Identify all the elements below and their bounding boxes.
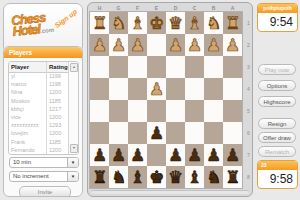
chess-app: Chess Hotel.com Sign up Players Player R… [0, 0, 300, 200]
square-c2[interactable]: ♟ [185, 34, 204, 56]
column-header-player[interactable]: Player [9, 62, 46, 72]
white-bishop-piece[interactable]: ♝ [130, 12, 145, 34]
square-e2[interactable] [147, 34, 166, 56]
square-d5[interactable] [166, 100, 185, 122]
square-g4[interactable] [109, 78, 128, 100]
square-e1[interactable]: ♚ [147, 12, 166, 34]
player-rating-cell: 1200 [46, 129, 69, 137]
players-panel: Players Player Rating yl1199marco1198Nin… [3, 46, 83, 197]
player-name-cell: kbhçi [9, 105, 46, 113]
player-rating-cell: 1199 [46, 72, 69, 80]
white-knight-piece[interactable]: ♞ [206, 12, 221, 34]
player-name-cell: Nina [9, 88, 46, 96]
players-scrollbar[interactable]: ▲ ▼ [68, 62, 78, 154]
square-f4[interactable] [128, 78, 147, 100]
file-label-a: A [223, 4, 242, 12]
white-pawn-piece[interactable]: ♟ [149, 78, 164, 100]
player-name-cell: zzzzzzzzzz [9, 121, 46, 129]
square-a2[interactable]: ♟ [223, 34, 242, 56]
file-label-e: E [147, 4, 166, 12]
white-pawn-piece[interactable]: ♟ [130, 34, 145, 56]
rank-label-8: 8 [244, 166, 253, 188]
white-pawn-piece[interactable]: ♟ [187, 34, 202, 56]
black-pawn-piece[interactable]: ♟ [206, 144, 221, 166]
opponent-name: poihpiupoih [258, 4, 297, 13]
white-pawn-piece[interactable]: ♟ [168, 34, 183, 56]
square-d6[interactable] [166, 122, 185, 144]
square-h7[interactable]: ♟ [90, 144, 109, 166]
square-g8[interactable]: ♞ [109, 166, 128, 188]
square-h6[interactable] [90, 122, 109, 144]
white-bishop-piece[interactable]: ♝ [187, 12, 202, 34]
square-e7[interactable] [147, 144, 166, 166]
time-control-value: 10 min [13, 159, 31, 165]
file-label-h: H [90, 4, 109, 12]
white-pawn-piece[interactable]: ♟ [225, 34, 240, 56]
rank-labels: 12345678 [244, 12, 253, 188]
player-name-cell: lovejim [9, 129, 46, 137]
square-d3[interactable] [166, 56, 185, 78]
square-h5[interactable] [90, 100, 109, 122]
black-rook-piece[interactable]: ♜ [92, 166, 107, 188]
file-label-f: F [128, 4, 147, 12]
player-rating-cell: 1185 [46, 138, 69, 146]
square-a4[interactable] [223, 78, 242, 100]
square-d8[interactable]: ♛ [166, 166, 185, 188]
black-pawn-piece[interactable]: ♟ [187, 144, 202, 166]
square-a1[interactable]: ♜ [223, 12, 242, 34]
scroll-down-icon[interactable]: ▼ [70, 144, 78, 153]
square-a5[interactable] [223, 100, 242, 122]
square-h1[interactable]: ♜ [90, 12, 109, 34]
sign-up-link[interactable]: Sign up [54, 8, 79, 29]
invite-button[interactable]: Invite [19, 186, 71, 197]
player-rating-cell: 1217 [46, 105, 69, 113]
player-rating-cell: 1293 [46, 121, 69, 129]
square-b6[interactable] [204, 122, 223, 144]
black-bishop-piece[interactable]: ♝ [187, 166, 202, 188]
table-row[interactable]: Nina1200 [9, 88, 69, 96]
square-b8[interactable]: ♞ [204, 166, 223, 188]
white-knight-piece[interactable]: ♞ [111, 12, 126, 34]
square-h4[interactable] [90, 78, 109, 100]
square-f5[interactable] [128, 100, 147, 122]
square-a3[interactable] [223, 56, 242, 78]
player-name-cell: Fernando [9, 146, 46, 154]
square-g3[interactable] [109, 56, 128, 78]
player-name-cell: Moskov [9, 97, 46, 105]
square-f2[interactable]: ♟ [128, 34, 147, 56]
black-king-piece[interactable]: ♚ [149, 166, 164, 188]
file-labels: HGFEDCBA [90, 4, 242, 12]
square-e3[interactable] [147, 56, 166, 78]
table-row[interactable]: yl1199 [9, 72, 69, 80]
square-f7[interactable]: ♟ [128, 144, 147, 166]
increment-dropdown[interactable]: No increment ▼ [9, 171, 79, 182]
white-king-piece[interactable]: ♚ [149, 12, 164, 34]
square-b4[interactable] [204, 78, 223, 100]
table-row[interactable]: kbhçi1217 [9, 105, 69, 113]
white-pawn-piece[interactable]: ♟ [206, 34, 221, 56]
square-e8[interactable]: ♚ [147, 166, 166, 188]
highscore-button[interactable]: Highscore [258, 96, 296, 107]
square-b7[interactable]: ♟ [204, 144, 223, 166]
player-name: 23 [258, 161, 297, 170]
square-g5[interactable] [109, 100, 128, 122]
rank-label-4: 4 [244, 78, 253, 100]
opponent-clock: poihpiupoih 9:54 [257, 3, 298, 32]
square-g6[interactable] [109, 122, 128, 144]
site-logo: Chess Hotel.com [11, 11, 55, 40]
white-rook-piece[interactable]: ♜ [225, 12, 240, 34]
file-label-b: B [204, 4, 223, 12]
scroll-up-icon[interactable]: ▲ [70, 63, 78, 72]
player-name-cell: yl [9, 72, 46, 80]
rank-label-1: 1 [244, 12, 253, 34]
white-pawn-piece[interactable]: ♟ [92, 34, 107, 56]
rank-label-7: 7 [244, 144, 253, 166]
column-header-rating[interactable]: Rating [46, 62, 69, 72]
square-c6[interactable] [185, 122, 204, 144]
player-rating-cell: 1200 [46, 146, 69, 154]
board-frame: HGFEDCBA ♜♞♝♚♛♝♞♜♟♟♟♟♟♟♟♟♟♟♟♟♟♟♟♟♜♞♝♚♛♝♞… [87, 2, 253, 197]
resign-button[interactable]: Resign [258, 118, 296, 129]
player-time: 9:58 [258, 170, 297, 188]
white-queen-piece[interactable]: ♛ [168, 12, 183, 34]
square-d1[interactable]: ♛ [166, 12, 185, 34]
square-b1[interactable]: ♞ [204, 12, 223, 34]
black-knight-piece[interactable]: ♞ [111, 166, 126, 188]
logo-suffix: .com [40, 27, 55, 34]
square-h3[interactable] [90, 56, 109, 78]
square-a7[interactable]: ♟ [223, 144, 242, 166]
black-rook-piece[interactable]: ♜ [225, 166, 240, 188]
square-g1[interactable]: ♞ [109, 12, 128, 34]
square-c1[interactable]: ♝ [185, 12, 204, 34]
chevron-down-icon[interactable]: ▼ [67, 172, 78, 181]
square-d7[interactable]: ♟ [166, 144, 185, 166]
square-f3[interactable] [128, 56, 147, 78]
black-queen-piece[interactable]: ♛ [168, 166, 183, 188]
offer-draw-button[interactable]: Offer draw [258, 132, 296, 143]
black-bishop-piece[interactable]: ♝ [130, 166, 145, 188]
time-control-dropdown[interactable]: 10 min ▼ [9, 157, 79, 168]
black-pawn-piece[interactable]: ♟ [225, 144, 240, 166]
table-row[interactable]: marco1198 [9, 80, 69, 88]
player-rating-cell: 1198 [46, 80, 69, 88]
square-g2[interactable]: ♟ [109, 34, 128, 56]
options-button[interactable]: Options [258, 80, 296, 91]
square-b2[interactable]: ♟ [204, 34, 223, 56]
table-row[interactable]: Moskov1185 [9, 97, 69, 105]
white-pawn-piece[interactable]: ♟ [111, 34, 126, 56]
table-row[interactable]: Frank1185 [9, 138, 69, 146]
black-pawn-piece[interactable]: ♟ [92, 144, 107, 166]
file-label-c: C [185, 4, 204, 12]
square-f8[interactable]: ♝ [128, 166, 147, 188]
table-row[interactable]: zzzzzzzzzz1293 [9, 121, 69, 129]
rank-label-3: 3 [244, 56, 253, 78]
players-panel-title: Players [4, 47, 82, 58]
black-pawn-piece[interactable]: ♟ [111, 144, 126, 166]
black-pawn-piece[interactable]: ♟ [168, 144, 183, 166]
square-f1[interactable]: ♝ [128, 12, 147, 34]
player-clock: 23 9:58 [257, 160, 298, 189]
increment-value: No increment [13, 173, 49, 179]
square-g7[interactable]: ♟ [109, 144, 128, 166]
square-b5[interactable] [204, 100, 223, 122]
player-rating-cell: 1185 [46, 97, 69, 105]
square-h2[interactable]: ♟ [90, 34, 109, 56]
square-a6[interactable] [223, 122, 242, 144]
square-b3[interactable] [204, 56, 223, 78]
square-e4[interactable]: ♟ [147, 78, 166, 100]
player-name-cell: Frank [9, 138, 46, 146]
square-h8[interactable]: ♜ [90, 166, 109, 188]
play-now-button[interactable]: Play now [258, 64, 296, 75]
logo-line2: Hotel [12, 21, 41, 39]
rank-label-6: 6 [244, 122, 253, 144]
rank-label-5: 5 [244, 100, 253, 122]
square-c4[interactable] [185, 78, 204, 100]
table-row[interactable]: Fernando1200 [9, 146, 69, 154]
rematch-button[interactable]: Rematch [258, 146, 296, 157]
square-c3[interactable] [185, 56, 204, 78]
black-knight-piece[interactable]: ♞ [206, 166, 221, 188]
square-c8[interactable]: ♝ [185, 166, 204, 188]
chess-board[interactable]: ♜♞♝♚♛♝♞♜♟♟♟♟♟♟♟♟♟♟♟♟♟♟♟♟♜♞♝♚♛♝♞♜ [90, 12, 242, 188]
player-name-cell: marco [9, 80, 46, 88]
square-f6[interactable] [128, 122, 147, 144]
file-label-d: D [166, 4, 185, 12]
white-rook-piece[interactable]: ♜ [92, 12, 107, 34]
square-d2[interactable]: ♟ [166, 34, 185, 56]
square-d4[interactable] [166, 78, 185, 100]
players-table-rows: yl1199marco1198Nina1200Moskov1185kbhçi12… [9, 72, 69, 154]
chevron-down-icon[interactable]: ▼ [67, 158, 78, 167]
table-row[interactable]: lovejim1200 [9, 129, 69, 137]
file-label-g: G [109, 4, 128, 12]
player-rating-cell: 1200 [46, 88, 69, 96]
player-name-cell: vice [9, 113, 46, 121]
opponent-time: 9:54 [258, 13, 297, 31]
square-c5[interactable] [185, 100, 204, 122]
player-rating-cell: 1200 [46, 113, 69, 121]
black-pawn-piece[interactable]: ♟ [149, 122, 164, 144]
players-table: Player Rating yl1199marco1198Nina1200Mos… [8, 61, 79, 155]
rank-label-2: 2 [244, 34, 253, 56]
square-e5[interactable] [147, 100, 166, 122]
square-c7[interactable]: ♟ [185, 144, 204, 166]
black-pawn-piece[interactable]: ♟ [130, 144, 145, 166]
table-row[interactable]: vice1200 [9, 113, 69, 121]
square-a8[interactable]: ♜ [223, 166, 242, 188]
square-e6[interactable]: ♟ [147, 122, 166, 144]
